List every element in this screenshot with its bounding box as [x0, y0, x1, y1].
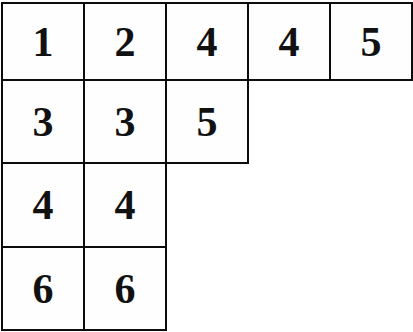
- cell-r2c3: 5: [165, 79, 249, 164]
- cell-r1c1: 1: [1, 2, 85, 81]
- cell-r1c4: 4: [247, 2, 331, 81]
- board-row-4: 6 6: [1, 246, 167, 331]
- cell-r2c1: 3: [1, 79, 85, 164]
- puzzle-canvas: 1 2 4 4 5 3 3 5 4 4 6 6: [0, 0, 413, 332]
- cell-r4c2: 6: [83, 246, 167, 331]
- cell-r1c3: 4: [165, 2, 249, 81]
- board: 1 2 4 4 5 3 3 5 4 4 6 6: [1, 2, 413, 331]
- cell-r1c5: 5: [329, 2, 413, 81]
- cell-r4c1: 6: [1, 246, 85, 331]
- cell-r2c2: 3: [83, 79, 167, 164]
- cell-r3c1: 4: [1, 162, 85, 248]
- cell-r1c2: 2: [83, 2, 167, 81]
- board-row-1: 1 2 4 4 5: [1, 2, 413, 81]
- board-row-2: 3 3 5: [1, 79, 249, 164]
- cell-r3c2: 4: [83, 162, 167, 248]
- board-row-3: 4 4: [1, 162, 167, 248]
